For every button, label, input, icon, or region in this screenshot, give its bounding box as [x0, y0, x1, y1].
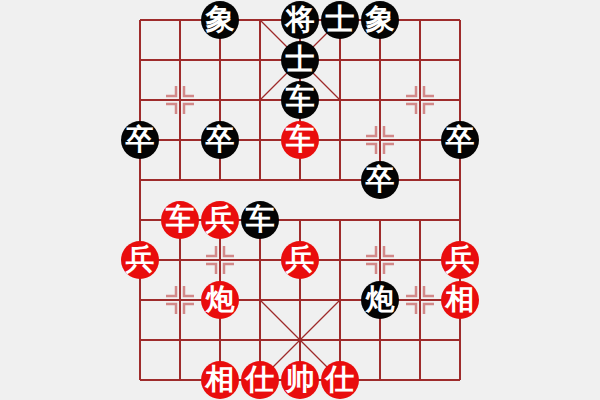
piece-red-soldier[interactable]: 兵: [121, 241, 159, 279]
position-marker: [366, 126, 376, 136]
piece-black-chariot[interactable]: 车: [281, 81, 319, 119]
position-marker: [206, 264, 216, 274]
position-marker: [184, 286, 194, 296]
piece-black-general[interactable]: 将: [281, 1, 319, 39]
piece-black-soldier[interactable]: 卒: [361, 161, 399, 199]
piece-red-elephant[interactable]: 相: [441, 281, 479, 319]
position-marker: [384, 126, 394, 136]
position-marker: [384, 246, 394, 256]
position-marker: [184, 86, 194, 96]
piece-black-advisor[interactable]: 士: [281, 41, 319, 79]
position-marker: [184, 304, 194, 314]
piece-red-chariot[interactable]: 车: [161, 201, 199, 239]
position-marker: [166, 286, 176, 296]
piece-black-chariot[interactable]: 车: [241, 201, 279, 239]
piece-black-soldier[interactable]: 卒: [201, 121, 239, 159]
piece-black-advisor[interactable]: 士: [321, 1, 359, 39]
piece-red-chariot[interactable]: 车: [281, 121, 319, 159]
position-marker: [166, 304, 176, 314]
position-marker: [166, 86, 176, 96]
position-marker: [224, 246, 234, 256]
position-marker: [424, 86, 434, 96]
piece-black-cannon[interactable]: 炮: [361, 281, 399, 319]
piece-red-advisor[interactable]: 仕: [321, 361, 359, 399]
position-marker: [406, 104, 416, 114]
piece-red-soldier[interactable]: 兵: [201, 201, 239, 239]
piece-red-cannon[interactable]: 炮: [201, 281, 239, 319]
piece-red-soldier[interactable]: 兵: [441, 241, 479, 279]
piece-black-soldier[interactable]: 卒: [121, 121, 159, 159]
position-marker: [366, 144, 376, 154]
piece-black-soldier[interactable]: 卒: [441, 121, 479, 159]
position-marker: [366, 246, 376, 256]
xiangqi-app: 象将士象士车卒卒车卒卒车兵车兵兵兵炮炮相相仕帅仕: [0, 0, 600, 400]
position-marker: [366, 264, 376, 274]
piece-black-elephant[interactable]: 象: [201, 1, 239, 39]
position-marker: [424, 304, 434, 314]
position-marker: [224, 264, 234, 274]
position-marker: [384, 264, 394, 274]
position-marker: [184, 104, 194, 114]
piece-red-soldier[interactable]: 兵: [281, 241, 319, 279]
piece-red-elephant[interactable]: 相: [201, 361, 239, 399]
piece-red-advisor[interactable]: 仕: [241, 361, 279, 399]
position-marker: [406, 286, 416, 296]
position-marker: [424, 104, 434, 114]
position-marker: [406, 86, 416, 96]
position-marker: [424, 286, 434, 296]
position-marker: [206, 246, 216, 256]
piece-black-elephant[interactable]: 象: [361, 1, 399, 39]
position-marker: [384, 144, 394, 154]
piece-red-general[interactable]: 帅: [281, 361, 319, 399]
position-marker: [406, 304, 416, 314]
position-marker: [166, 104, 176, 114]
